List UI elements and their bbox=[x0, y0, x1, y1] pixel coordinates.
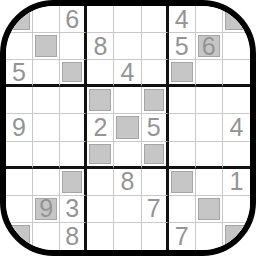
cell-r7c5[interactable]: 8 bbox=[114, 169, 141, 196]
cell-r2c1[interactable] bbox=[6, 33, 33, 60]
cell-r1c5[interactable] bbox=[114, 6, 141, 33]
app-icon-canvas: 648565492548193787 bbox=[0, 0, 256, 256]
given-digit: 9 bbox=[33, 196, 59, 222]
given-digit: 6 bbox=[60, 6, 84, 32]
cell-r3c1[interactable]: 5 bbox=[6, 60, 33, 87]
cell-r9c2[interactable] bbox=[33, 223, 60, 250]
cell-r4c2[interactable] bbox=[33, 87, 60, 114]
cell-r8c9[interactable] bbox=[223, 196, 250, 223]
diagonal-highlight-square bbox=[171, 62, 193, 82]
cell-r7c1[interactable] bbox=[6, 169, 33, 196]
cell-r3c4[interactable] bbox=[87, 60, 114, 87]
given-digit: 9 bbox=[6, 114, 32, 140]
given-digit: 4 bbox=[223, 114, 250, 140]
diagonal-highlight-square bbox=[116, 116, 138, 138]
cell-r9c6[interactable] bbox=[142, 223, 169, 250]
cell-r2c8[interactable]: 6 bbox=[196, 33, 223, 60]
cell-r3c6[interactable] bbox=[142, 60, 169, 87]
cell-r5c4[interactable]: 2 bbox=[87, 114, 114, 141]
cell-r4c6[interactable] bbox=[142, 87, 169, 114]
cell-r2c3[interactable] bbox=[60, 33, 87, 60]
given-digit: 4 bbox=[114, 60, 140, 84]
given-digit: 8 bbox=[60, 223, 84, 250]
cell-r3c7[interactable] bbox=[169, 60, 196, 87]
cell-r8c6[interactable]: 7 bbox=[142, 196, 169, 223]
cell-r7c2[interactable] bbox=[33, 169, 60, 196]
cell-r6c7[interactable] bbox=[169, 142, 196, 169]
cell-r8c7[interactable] bbox=[169, 196, 196, 223]
cell-r6c6[interactable] bbox=[142, 142, 169, 169]
cell-r6c1[interactable] bbox=[6, 142, 33, 169]
cell-r9c7[interactable]: 7 bbox=[169, 223, 196, 250]
cell-r6c5[interactable] bbox=[114, 142, 141, 169]
cell-r4c5[interactable] bbox=[114, 87, 141, 114]
given-digit: 8 bbox=[114, 169, 140, 195]
cell-r1c7[interactable]: 4 bbox=[169, 6, 196, 33]
given-digit: 7 bbox=[142, 196, 166, 222]
cell-r4c7[interactable] bbox=[169, 87, 196, 114]
given-digit: 5 bbox=[169, 33, 195, 59]
cell-r6c4[interactable] bbox=[87, 142, 114, 169]
cell-r4c9[interactable] bbox=[223, 87, 250, 114]
diagonal-highlight-square bbox=[225, 225, 248, 248]
cell-r2c5[interactable] bbox=[114, 33, 141, 60]
cell-r9c9[interactable] bbox=[223, 223, 250, 250]
diagonal-highlight-square bbox=[8, 8, 30, 30]
cell-r7c7[interactable] bbox=[169, 169, 196, 196]
diagonal-highlight-square bbox=[89, 144, 111, 164]
given-digit: 4 bbox=[169, 6, 195, 32]
diagonal-highlight-square bbox=[144, 89, 164, 111]
diagonal-highlight-square bbox=[225, 8, 248, 30]
cell-r8c1[interactable] bbox=[6, 196, 33, 223]
cell-r9c4[interactable] bbox=[87, 223, 114, 250]
cell-r4c4[interactable] bbox=[87, 87, 114, 114]
given-digit: 3 bbox=[60, 196, 84, 222]
given-digit: 1 bbox=[223, 169, 250, 195]
cell-r7c6[interactable] bbox=[142, 169, 169, 196]
cell-r1c2[interactable] bbox=[33, 6, 60, 33]
cell-r1c6[interactable] bbox=[142, 6, 169, 33]
cell-r7c4[interactable] bbox=[87, 169, 114, 196]
cell-r5c3[interactable] bbox=[60, 114, 87, 141]
cell-r5c6[interactable]: 5 bbox=[142, 114, 169, 141]
cell-r5c7[interactable] bbox=[169, 114, 196, 141]
diagonal-highlight-square bbox=[89, 89, 111, 111]
cell-r3c5[interactable]: 4 bbox=[114, 60, 141, 87]
cell-r8c3[interactable]: 3 bbox=[60, 196, 87, 223]
cell-r3c8[interactable] bbox=[196, 60, 223, 87]
diagonal-highlight-square bbox=[8, 225, 30, 248]
cell-r8c8[interactable] bbox=[196, 196, 223, 223]
cell-r2c4[interactable]: 8 bbox=[87, 33, 114, 60]
cell-r1c4[interactable] bbox=[87, 6, 114, 33]
given-digit: 2 bbox=[87, 114, 113, 140]
cell-r4c3[interactable] bbox=[60, 87, 87, 114]
cell-r5c9[interactable]: 4 bbox=[223, 114, 250, 141]
cell-r2c6[interactable] bbox=[142, 33, 169, 60]
cell-r6c8[interactable] bbox=[196, 142, 223, 169]
cell-r2c2[interactable] bbox=[33, 33, 60, 60]
diagonal-highlight-square bbox=[171, 171, 193, 193]
diagonal-highlight-square bbox=[62, 171, 82, 193]
cell-r5c2[interactable] bbox=[33, 114, 60, 141]
cell-r1c3[interactable]: 6 bbox=[60, 6, 87, 33]
cell-r8c4[interactable] bbox=[87, 196, 114, 223]
cell-r1c1[interactable] bbox=[6, 6, 33, 33]
cell-r8c5[interactable] bbox=[114, 196, 141, 223]
cell-r1c8[interactable] bbox=[196, 6, 223, 33]
cell-r2c9[interactable] bbox=[223, 33, 250, 60]
cell-r2c7[interactable]: 5 bbox=[169, 33, 196, 60]
cell-r7c8[interactable] bbox=[196, 169, 223, 196]
sudoku-app-icon[interactable]: 648565492548193787 bbox=[0, 0, 256, 256]
given-digit: 6 bbox=[196, 33, 222, 59]
cell-r5c1[interactable]: 9 bbox=[6, 114, 33, 141]
given-digit: 8 bbox=[87, 33, 113, 59]
cell-r7c9[interactable]: 1 bbox=[223, 169, 250, 196]
cell-r4c1[interactable] bbox=[6, 87, 33, 114]
diagonal-highlight-square bbox=[198, 198, 220, 220]
cell-r5c5[interactable] bbox=[114, 114, 141, 141]
cell-r6c3[interactable] bbox=[60, 142, 87, 169]
cell-r7c3[interactable] bbox=[60, 169, 87, 196]
cell-r9c8[interactable] bbox=[196, 223, 223, 250]
cell-r9c5[interactable] bbox=[114, 223, 141, 250]
given-digit: 5 bbox=[6, 60, 32, 84]
sudoku-board: 648565492548193787 bbox=[6, 6, 250, 250]
cell-r8c2[interactable]: 9 bbox=[33, 196, 60, 223]
diagonal-highlight-square bbox=[62, 62, 82, 82]
cell-r1c9[interactable] bbox=[223, 6, 250, 33]
cell-r9c1[interactable] bbox=[6, 223, 33, 250]
cell-r6c2[interactable] bbox=[33, 142, 60, 169]
given-digit: 5 bbox=[142, 114, 166, 140]
cell-r3c3[interactable] bbox=[60, 60, 87, 87]
diagonal-highlight-square bbox=[144, 144, 164, 164]
cell-r6c9[interactable] bbox=[223, 142, 250, 169]
given-digit: 7 bbox=[169, 223, 195, 250]
cell-r9c3[interactable]: 8 bbox=[60, 223, 87, 250]
cell-r4c8[interactable] bbox=[196, 87, 223, 114]
cell-r3c2[interactable] bbox=[33, 60, 60, 87]
diagonal-highlight-square bbox=[35, 35, 57, 57]
cell-r5c8[interactable] bbox=[196, 114, 223, 141]
cell-r3c9[interactable] bbox=[223, 60, 250, 87]
